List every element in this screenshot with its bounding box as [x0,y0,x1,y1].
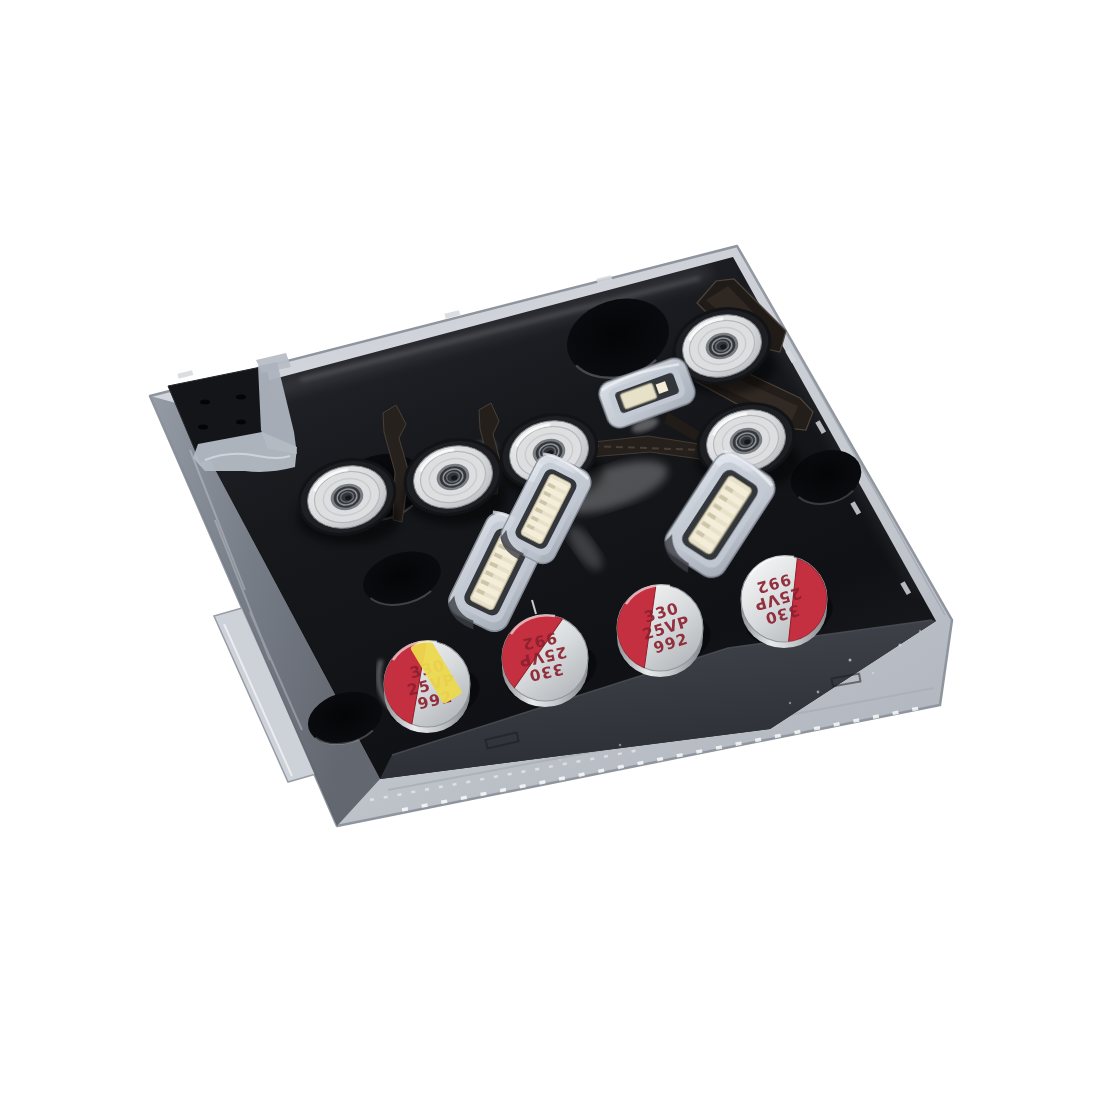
kit-photo-canvas: 330 25VP 992 330 25VP 992 [0,0,1100,1100]
product-photo: 330 25VP 992 330 25VP 992 [0,0,1100,1100]
